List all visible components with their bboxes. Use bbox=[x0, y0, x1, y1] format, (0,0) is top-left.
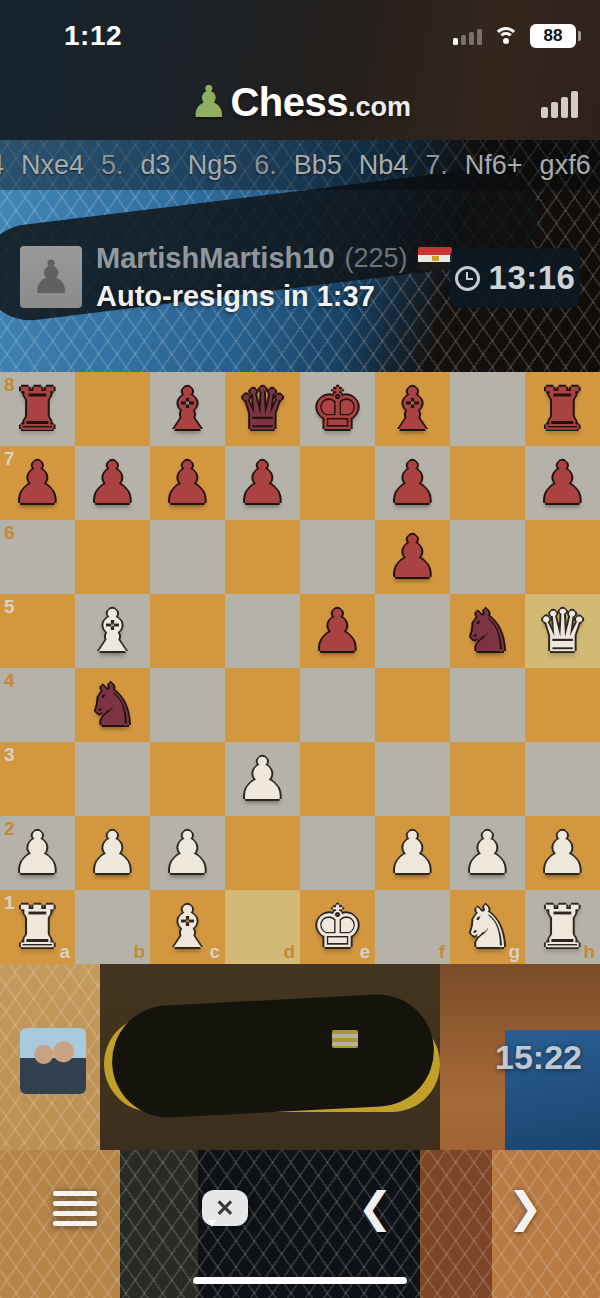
move-token[interactable]: Nb4 bbox=[359, 150, 409, 181]
piece-white-P-d3[interactable]: ♟ bbox=[225, 742, 300, 816]
square-e4[interactable] bbox=[300, 668, 375, 742]
square-b6[interactable] bbox=[75, 520, 150, 594]
piece-black-B-c8[interactable]: ♝ bbox=[150, 372, 225, 446]
square-e3[interactable] bbox=[300, 742, 375, 816]
piece-black-R-h8[interactable]: ♜ bbox=[525, 372, 600, 446]
logo-text: Chess bbox=[230, 80, 348, 125]
piece-white-N-g1[interactable]: ♞ bbox=[450, 890, 525, 964]
square-b2[interactable]: ♟ bbox=[75, 816, 150, 890]
square-g3[interactable] bbox=[450, 742, 525, 816]
square-a3[interactable]: 3 bbox=[0, 742, 75, 816]
square-g1[interactable]: g♞ bbox=[450, 890, 525, 964]
piece-white-P-c2[interactable]: ♟ bbox=[150, 816, 225, 890]
piece-white-P-g2[interactable]: ♟ bbox=[450, 816, 525, 890]
move-token[interactable]: gxf6 bbox=[540, 150, 591, 181]
square-g5[interactable]: ♞ bbox=[450, 594, 525, 668]
player-info: 15:22 bbox=[0, 1024, 600, 1104]
piece-white-P-a2[interactable]: ♟ bbox=[0, 816, 75, 890]
opponent-info: ♟ MartishMartish10 (225) Auto-resigns in… bbox=[0, 240, 600, 324]
square-d2[interactable] bbox=[225, 816, 300, 890]
square-b1[interactable]: b bbox=[75, 890, 150, 964]
square-a5[interactable]: 5 bbox=[0, 594, 75, 668]
piece-white-Q-h5[interactable]: ♛ bbox=[525, 594, 600, 668]
square-d1[interactable]: d bbox=[225, 890, 300, 964]
piece-black-P-d7[interactable]: ♟ bbox=[225, 446, 300, 520]
square-f2[interactable]: ♟ bbox=[375, 816, 450, 890]
move-token[interactable]: 4 bbox=[0, 150, 4, 181]
list-menu-icon bbox=[53, 1191, 97, 1226]
piece-white-P-h2[interactable]: ♟ bbox=[525, 816, 600, 890]
move-token[interactable]: Nxe4 bbox=[21, 150, 84, 181]
status-time: 1:12 bbox=[64, 20, 122, 52]
game-toolbar: ✕ ❮ ❯ bbox=[0, 1176, 600, 1240]
piece-black-N-g5[interactable]: ♞ bbox=[450, 594, 525, 668]
square-c7[interactable]: ♟ bbox=[150, 446, 225, 520]
square-h8[interactable]: ♜ bbox=[525, 372, 600, 446]
square-a2[interactable]: 2♟ bbox=[0, 816, 75, 890]
square-b8[interactable] bbox=[75, 372, 150, 446]
connection-strength-icon bbox=[541, 90, 578, 118]
chess-board[interactable]: 8♜♝♛♚♝♜7♟♟♟♟♟♟6♟5♝♟♞♛4♞3♟2♟♟♟♟♟♟1a♜bc♝de… bbox=[0, 372, 600, 964]
piece-black-R-a8[interactable]: ♜ bbox=[0, 372, 75, 446]
piece-black-P-h7[interactable]: ♟ bbox=[525, 446, 600, 520]
square-c8[interactable]: ♝ bbox=[150, 372, 225, 446]
status-bar: 1:12 88 bbox=[0, 0, 600, 56]
square-f6[interactable]: ♟ bbox=[375, 520, 450, 594]
move-token[interactable]: Ng5 bbox=[188, 150, 238, 181]
square-e7[interactable] bbox=[300, 446, 375, 520]
square-h2[interactable]: ♟ bbox=[525, 816, 600, 890]
piece-black-Q-d8[interactable]: ♛ bbox=[225, 372, 300, 446]
square-c5[interactable] bbox=[150, 594, 225, 668]
move-token[interactable]: 5. bbox=[101, 150, 124, 181]
square-e6[interactable] bbox=[300, 520, 375, 594]
square-g7[interactable] bbox=[450, 446, 525, 520]
square-a6[interactable]: 6 bbox=[0, 520, 75, 594]
square-c2[interactable]: ♟ bbox=[150, 816, 225, 890]
chevron-left-icon: ❮ bbox=[357, 1187, 392, 1229]
player-avatar-photo[interactable] bbox=[20, 1028, 86, 1094]
square-f8[interactable]: ♝ bbox=[375, 372, 450, 446]
square-f1[interactable]: f bbox=[375, 890, 450, 964]
piece-black-P-f6[interactable]: ♟ bbox=[375, 520, 450, 594]
logo-suffix: .com bbox=[348, 92, 411, 123]
square-c3[interactable] bbox=[150, 742, 225, 816]
square-f4[interactable] bbox=[375, 668, 450, 742]
rank-label-6: 6 bbox=[4, 523, 15, 542]
clock-icon bbox=[455, 266, 480, 291]
player-flag-icon bbox=[332, 1030, 358, 1048]
square-d6[interactable] bbox=[225, 520, 300, 594]
square-d8[interactable]: ♛ bbox=[225, 372, 300, 446]
move-token[interactable]: Bb5 bbox=[294, 150, 342, 181]
battery-icon: 88 bbox=[530, 24, 576, 48]
square-d7[interactable]: ♟ bbox=[225, 446, 300, 520]
square-a1[interactable]: 1a♜ bbox=[0, 890, 75, 964]
square-f5[interactable] bbox=[375, 594, 450, 668]
rank-label-4: 4 bbox=[4, 671, 15, 690]
options-menu-button[interactable] bbox=[0, 1176, 150, 1240]
square-e5[interactable]: ♟ bbox=[300, 594, 375, 668]
piece-black-P-b7[interactable]: ♟ bbox=[75, 446, 150, 520]
chess-app-screen: 1:12 88 ♟ Chess .com 4Nxe45.d3Ng56.Bb5Nb… bbox=[0, 0, 600, 1298]
file-label-f: f bbox=[439, 942, 445, 961]
square-b4[interactable]: ♞ bbox=[75, 668, 150, 742]
move-back-button[interactable]: ❮ bbox=[300, 1176, 450, 1240]
square-e1[interactable]: e♚ bbox=[300, 890, 375, 964]
piece-white-P-f2[interactable]: ♟ bbox=[375, 816, 450, 890]
piece-white-R-h1[interactable]: ♜ bbox=[525, 890, 600, 964]
square-h7[interactable]: ♟ bbox=[525, 446, 600, 520]
move-token[interactable]: 6. bbox=[254, 150, 277, 181]
square-c6[interactable] bbox=[150, 520, 225, 594]
piece-white-K-e1[interactable]: ♚ bbox=[300, 890, 375, 964]
move-token[interactable]: 7. bbox=[425, 150, 448, 181]
square-e8[interactable]: ♚ bbox=[300, 372, 375, 446]
chat-disabled-icon: ✕ bbox=[202, 1190, 248, 1226]
piece-white-B-c1[interactable]: ♝ bbox=[150, 890, 225, 964]
square-h1[interactable]: h♜ bbox=[525, 890, 600, 964]
square-g2[interactable]: ♟ bbox=[450, 816, 525, 890]
app-header: ♟ Chess .com bbox=[0, 66, 600, 138]
piece-black-P-f7[interactable]: ♟ bbox=[375, 446, 450, 520]
player-clock-time: 15:22 bbox=[495, 1038, 582, 1077]
opponent-clock: 13:16 bbox=[450, 248, 580, 308]
square-f7[interactable]: ♟ bbox=[375, 446, 450, 520]
move-token[interactable]: Nf6+ bbox=[465, 150, 523, 181]
piece-black-P-e5[interactable]: ♟ bbox=[300, 594, 375, 668]
move-forward-button[interactable]: ❯ bbox=[450, 1176, 600, 1240]
square-b3[interactable] bbox=[75, 742, 150, 816]
piece-black-N-b4[interactable]: ♞ bbox=[75, 668, 150, 742]
green-pawn-logo-icon: ♟ bbox=[189, 80, 228, 124]
square-h5[interactable]: ♛ bbox=[525, 594, 600, 668]
square-d5[interactable] bbox=[225, 594, 300, 668]
wifi-icon bbox=[493, 27, 519, 46]
square-b7[interactable]: ♟ bbox=[75, 446, 150, 520]
piece-black-P-a7[interactable]: ♟ bbox=[0, 446, 75, 520]
piece-black-P-c7[interactable]: ♟ bbox=[150, 446, 225, 520]
square-g4[interactable] bbox=[450, 668, 525, 742]
opponent-username[interactable]: MartishMartish10 bbox=[96, 242, 335, 275]
opponent-rating: (225) bbox=[345, 243, 408, 274]
chesscom-logo: ♟ Chess .com bbox=[189, 80, 411, 125]
auto-resign-status: Auto-resigns in 1:37 bbox=[96, 280, 375, 313]
piece-black-K-e8[interactable]: ♚ bbox=[300, 372, 375, 446]
square-g8[interactable] bbox=[450, 372, 525, 446]
rank-label-5: 5 bbox=[4, 597, 15, 616]
square-d3[interactable]: ♟ bbox=[225, 742, 300, 816]
square-c1[interactable]: c♝ bbox=[150, 890, 225, 964]
opponent-avatar[interactable]: ♟ bbox=[20, 246, 82, 308]
square-a7[interactable]: 7♟ bbox=[0, 446, 75, 520]
square-a4[interactable]: 4 bbox=[0, 668, 75, 742]
square-a8[interactable]: 8♜ bbox=[0, 372, 75, 446]
square-d4[interactable] bbox=[225, 668, 300, 742]
cellular-signal-icon bbox=[453, 28, 482, 45]
square-g6[interactable] bbox=[450, 520, 525, 594]
default-pawn-avatar-icon: ♟ bbox=[30, 254, 71, 300]
square-f3[interactable] bbox=[375, 742, 450, 816]
square-b5[interactable]: ♝ bbox=[75, 594, 150, 668]
square-c4[interactable] bbox=[150, 668, 225, 742]
piece-white-R-a1[interactable]: ♜ bbox=[0, 890, 75, 964]
square-h3[interactable] bbox=[525, 742, 600, 816]
chat-disabled-button[interactable]: ✕ bbox=[150, 1176, 300, 1240]
square-e2[interactable] bbox=[300, 816, 375, 890]
chevron-right-icon: ❯ bbox=[507, 1187, 542, 1229]
move-list[interactable]: 4Nxe45.d3Ng56.Bb5Nb47.Nf6+gxf68.Qh5 bbox=[0, 140, 600, 190]
file-label-d: d bbox=[283, 942, 295, 961]
rank-label-3: 3 bbox=[4, 745, 15, 764]
egypt-flag-icon bbox=[418, 247, 452, 270]
piece-black-B-f8[interactable]: ♝ bbox=[375, 372, 450, 446]
opponent-clock-time: 13:16 bbox=[489, 259, 576, 297]
file-label-b: b bbox=[133, 942, 145, 961]
piece-white-P-b2[interactable]: ♟ bbox=[75, 816, 150, 890]
home-indicator[interactable] bbox=[193, 1277, 407, 1284]
move-token[interactable]: d3 bbox=[141, 150, 171, 181]
square-h6[interactable] bbox=[525, 520, 600, 594]
square-h4[interactable] bbox=[525, 668, 600, 742]
piece-white-B-b5[interactable]: ♝ bbox=[75, 594, 150, 668]
